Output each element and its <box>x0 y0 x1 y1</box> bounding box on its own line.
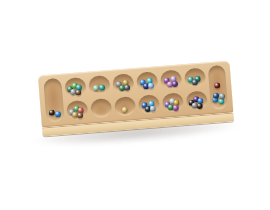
bead <box>122 106 128 112</box>
bead <box>148 82 154 88</box>
bead <box>173 104 179 110</box>
bead <box>77 112 83 118</box>
pit-top-1[interactable] <box>64 77 86 98</box>
pit-bottom-5[interactable] <box>161 92 183 113</box>
pit-bottom-4[interactable] <box>137 94 159 115</box>
bead <box>124 84 130 90</box>
bead <box>214 82 220 88</box>
left-store-pit[interactable] <box>43 78 64 123</box>
pit-bottom-3[interactable] <box>113 96 135 117</box>
pit-top-3[interactable] <box>112 73 134 94</box>
pit-bottom-6[interactable] <box>185 90 207 111</box>
bead <box>75 89 81 95</box>
bead <box>48 109 54 115</box>
pit-field <box>64 67 208 122</box>
bead <box>99 84 105 90</box>
bead <box>172 80 178 86</box>
bead <box>55 111 61 117</box>
bead <box>150 105 156 111</box>
pit-top-2[interactable] <box>88 75 110 96</box>
bead <box>192 79 198 85</box>
pit-bottom-1[interactable] <box>66 100 88 121</box>
bead <box>219 93 225 99</box>
product-photo <box>0 0 270 210</box>
pit-top-5[interactable] <box>159 69 181 90</box>
bead <box>197 102 203 108</box>
right-store-pit[interactable] <box>207 65 228 110</box>
pit-top-6[interactable] <box>183 68 205 89</box>
pit-bottom-2[interactable] <box>89 98 111 119</box>
pit-top-4[interactable] <box>135 71 157 92</box>
